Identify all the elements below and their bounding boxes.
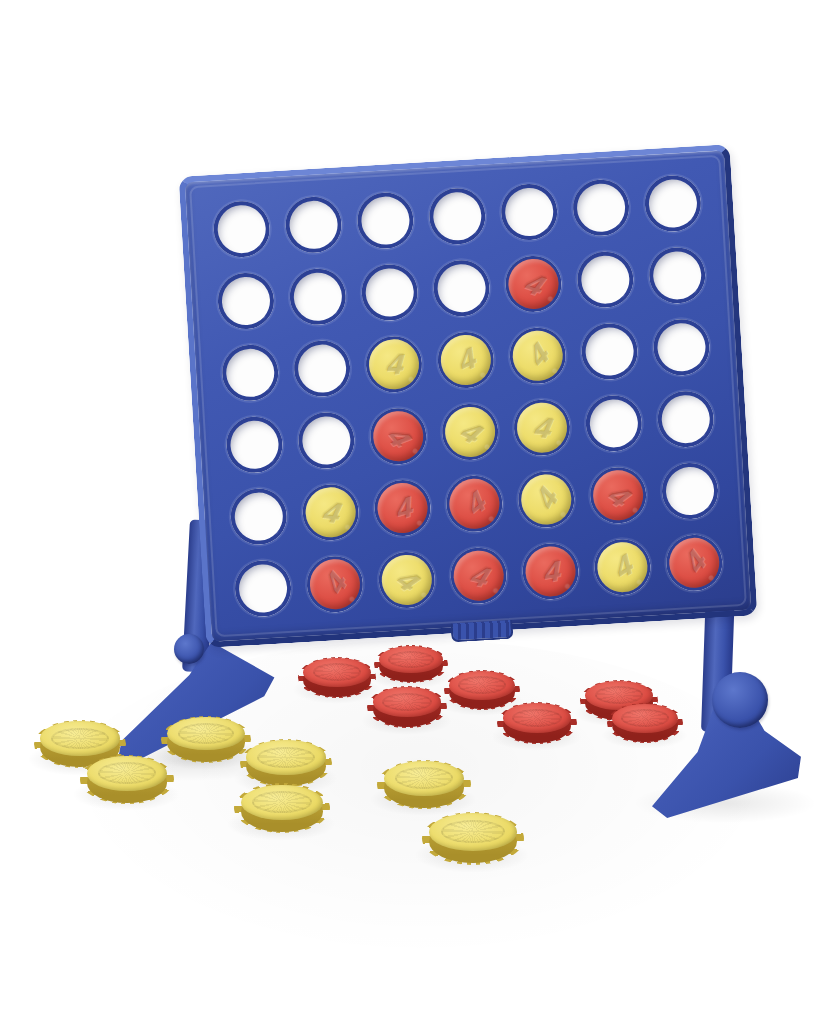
yellow-disc: 4 — [516, 401, 569, 454]
yellow-disc: 4 — [444, 405, 497, 458]
cell-r2c7-empty-hole — [648, 246, 707, 305]
embossed-digit: 4 — [661, 526, 727, 600]
cell-r4c7-empty-hole — [656, 390, 715, 449]
cell-r4c2-empty-hole — [297, 411, 356, 470]
red-disc: 4 — [507, 257, 560, 310]
embossed-digit: 4 — [446, 546, 511, 605]
embossed-digit: 4 — [500, 253, 568, 314]
cell-r6c6: 4 — [593, 538, 652, 597]
embossed-digit: 4 — [590, 531, 655, 603]
cell-r3c3: 4 — [364, 335, 423, 394]
cell-r4c4: 4 — [441, 402, 500, 461]
cell-r1c6-empty-hole — [571, 178, 630, 237]
cell-r3c1-empty-hole — [221, 343, 280, 402]
cell-r1c2-empty-hole — [284, 195, 343, 254]
cell-r3c5: 4 — [508, 326, 567, 385]
cell-r5c7-empty-hole — [660, 461, 719, 520]
cell-r2c4-empty-hole — [432, 259, 491, 318]
left-leg-hinge-knob — [174, 634, 204, 664]
yellow-disc: 4 — [439, 334, 492, 387]
yellow-disc: 4 — [596, 541, 649, 594]
yellow-disc: 4 — [380, 554, 433, 607]
cell-r6c2: 4 — [305, 555, 364, 614]
embossed-digit: 4 — [434, 400, 506, 465]
right-leg-hinge-disc — [712, 672, 768, 728]
cell-r2c5: 4 — [504, 254, 563, 313]
cell-r6c4: 4 — [449, 546, 508, 605]
board-unit: 444444444444444444 — [178, 144, 757, 648]
embossed-digit: 4 — [514, 464, 579, 536]
embossed-digit: 4 — [374, 476, 432, 540]
red-disc: 4 — [448, 477, 501, 530]
cell-r3c7-empty-hole — [652, 318, 711, 377]
embossed-digit: 4 — [581, 462, 655, 528]
cell-r6c1-empty-hole — [233, 559, 292, 618]
red-disc: 4 — [668, 536, 721, 589]
cell-r5c6: 4 — [589, 466, 648, 525]
cell-r1c7-empty-hole — [643, 174, 702, 233]
cell-r3c2-empty-hole — [293, 339, 352, 398]
red-disc: 4 — [592, 469, 645, 522]
cell-r4c6-empty-hole — [584, 394, 643, 453]
cell-r6c5: 4 — [521, 542, 580, 601]
cell-r1c4-empty-hole — [428, 187, 487, 246]
cell-r5c4: 4 — [445, 474, 504, 533]
cell-r1c3-empty-hole — [356, 191, 415, 250]
cell-r4c5: 4 — [512, 398, 571, 457]
embossed-digit: 4 — [302, 548, 367, 620]
red-disc: 4 — [372, 410, 425, 463]
yellow-disc: 4 — [304, 486, 357, 539]
embossed-digit: 4 — [441, 467, 507, 541]
cell-r2c2-empty-hole — [288, 267, 347, 326]
embossed-digit: 4 — [368, 338, 420, 391]
cell-r1c1-empty-hole — [212, 200, 271, 259]
embossed-digit: 4 — [301, 485, 361, 539]
yellow-disc: 4 — [511, 329, 564, 382]
red-disc: 4 — [308, 558, 361, 611]
embossed-digit: 4 — [513, 401, 571, 454]
cell-r5c5: 4 — [517, 470, 576, 529]
board-base-clip — [450, 620, 513, 643]
left-leg-foot — [118, 642, 288, 760]
cell-r1c5-empty-hole — [500, 182, 559, 241]
cell-r5c1-empty-hole — [229, 487, 288, 546]
embossed-digit: 4 — [361, 403, 435, 469]
embossed-digit: 4 — [370, 547, 444, 614]
yellow-disc: 4 — [520, 473, 573, 526]
embossed-digit: 4 — [435, 325, 497, 394]
embossed-digit: 4 — [504, 319, 571, 393]
yellow-disc: 4 — [368, 338, 421, 391]
cell-r2c6-empty-hole — [576, 250, 635, 309]
cell-r6c3: 4 — [377, 550, 436, 609]
cell-r3c4: 4 — [436, 330, 495, 389]
cell-r2c3-empty-hole — [360, 263, 419, 322]
connect-four-board: 444444444444444444 — [178, 144, 757, 648]
embossed-digit: 4 — [524, 542, 577, 601]
board-grid: 444444444444444444 — [185, 150, 751, 641]
connect-four-product-photo: 444444444444444444 — [0, 0, 838, 1024]
cell-r2c1-empty-hole — [216, 271, 275, 330]
red-disc: 4 — [524, 545, 577, 598]
cell-r4c1-empty-hole — [225, 415, 284, 474]
cell-r5c3: 4 — [373, 478, 432, 537]
red-disc: 4 — [376, 482, 429, 535]
cell-r6c7: 4 — [665, 533, 724, 592]
cell-r4c3: 4 — [369, 407, 428, 466]
cell-r3c6-empty-hole — [580, 322, 639, 381]
cell-r5c2: 4 — [301, 483, 360, 542]
red-disc: 4 — [452, 549, 505, 602]
